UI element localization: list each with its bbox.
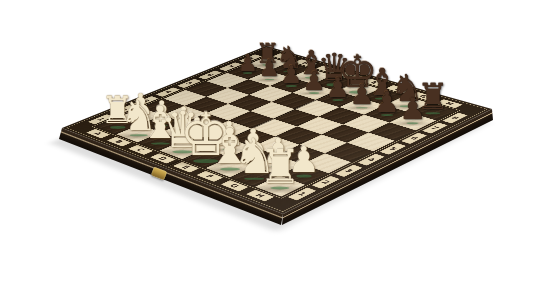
piece-black-pawn-c7[interactable]: ♟ — [280, 63, 302, 88]
pawn-glyph: ♟ — [399, 94, 426, 124]
pieces-layer: ♜♞♟♝♟♛♟♚♟♝♟♞♟♜♟♟♟♟♜♟♞♟♝♟♛♟♚♟♝♟♞♜ — [0, 0, 533, 284]
piece-black-pawn-g7[interactable]: ♟ — [374, 88, 400, 117]
pawn-glyph: ♟ — [326, 75, 350, 102]
piece-black-pawn-h7[interactable]: ♟ — [399, 94, 426, 124]
rook-glyph: ♜ — [259, 144, 301, 191]
pawn-glyph: ♟ — [349, 81, 374, 109]
pawn-glyph: ♟ — [303, 69, 326, 95]
piece-black-pawn-a7[interactable]: ♟ — [238, 51, 258, 74]
pawn-glyph: ♟ — [280, 63, 302, 88]
piece-black-pawn-e7[interactable]: ♟ — [326, 75, 350, 102]
chess-set-photo: ABCDEFGH ABCDEFGH 87654321 87654321 ♜♞♟♝… — [0, 0, 533, 284]
piece-black-pawn-f7[interactable]: ♟ — [349, 81, 374, 109]
pawn-glyph: ♟ — [238, 51, 258, 74]
piece-white-rook-h1[interactable]: ♜ — [259, 144, 301, 191]
piece-black-pawn-d7[interactable]: ♟ — [303, 69, 326, 95]
piece-black-pawn-b7[interactable]: ♟ — [259, 57, 280, 81]
pawn-glyph: ♟ — [259, 57, 280, 81]
pawn-glyph: ♟ — [374, 88, 400, 117]
